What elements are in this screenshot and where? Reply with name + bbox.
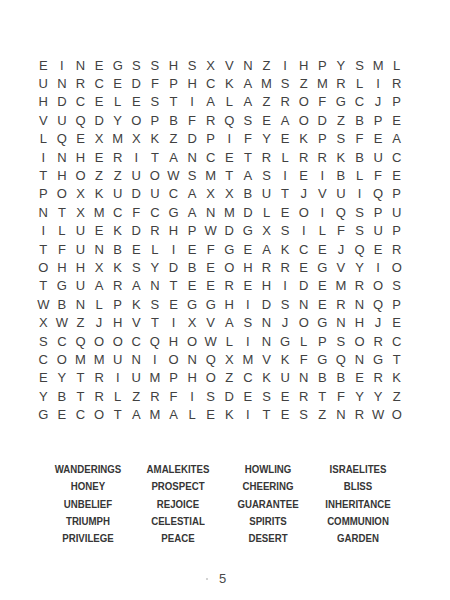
grid-cell-r4c6: O: [127, 111, 146, 129]
grid-cell-r12c18: Y: [350, 258, 369, 276]
grid-cell-r2c2: N: [53, 74, 72, 92]
grid-cell-r6c16: R: [313, 148, 332, 166]
grid-cell-r9c14: E: [276, 203, 295, 221]
page-number: 5: [0, 571, 445, 586]
grid-cell-r19c9: I: [183, 387, 202, 405]
grid-cell-r4c4: D: [90, 111, 109, 129]
grid-cell-r16c4: O: [90, 332, 109, 350]
grid-cell-r10c1: I: [34, 222, 53, 240]
grid-cell-r11c20: R: [387, 240, 406, 258]
grid-cell-r1c5: G: [108, 56, 127, 74]
grid-cell-r11c18: Q: [350, 240, 369, 258]
grid-cell-r14c2: B: [53, 295, 72, 313]
grid-cell-r1c11: V: [220, 56, 239, 74]
grid-cell-r9c18: S: [350, 203, 369, 221]
grid-cell-r18c6: U: [127, 369, 146, 387]
grid-cell-r13c4: A: [90, 277, 109, 295]
grid-cell-r6c10: C: [201, 148, 220, 166]
grid-cell-r14c7: S: [146, 295, 165, 313]
grid-cell-r4c1: V: [34, 111, 53, 129]
grid-cell-r14c14: S: [276, 295, 295, 313]
grid-cell-r14c11: H: [220, 295, 239, 313]
grid-cell-r17c4: M: [90, 350, 109, 368]
grid-cell-r8c10: X: [201, 185, 220, 203]
grid-cell-r3c16: F: [313, 93, 332, 111]
grid-cell-r5c9: D: [183, 130, 202, 148]
grid-cell-r12c9: B: [183, 258, 202, 276]
grid-cell-r15c12: S: [239, 314, 258, 332]
grid-cell-r14c19: Q: [369, 295, 388, 313]
grid-cell-r17c3: M: [71, 350, 90, 368]
grid-cell-r15c9: X: [183, 314, 202, 332]
word-honey: HONEY: [50, 478, 126, 495]
grid-cell-r3c8: T: [164, 93, 183, 111]
grid-cell-r6c9: N: [183, 148, 202, 166]
grid-cell-r8c9: A: [183, 185, 202, 203]
grid-cell-r17c11: X: [220, 350, 239, 368]
grid-cell-r16c8: H: [164, 332, 183, 350]
grid-cell-r16c14: G: [276, 332, 295, 350]
grid-cell-r4c18: B: [350, 111, 369, 129]
grid-cell-r8c8: C: [164, 185, 183, 203]
grid-cell-r19c17: F: [332, 387, 351, 405]
word-desert: DESERT: [230, 530, 306, 547]
grid-cell-r20c1: G: [34, 406, 53, 424]
grid-cell-r12c10: E: [201, 258, 220, 276]
grid-cell-r12c20: O: [387, 258, 406, 276]
grid-cell-r5c17: S: [332, 130, 351, 148]
grid-cell-r3c9: I: [183, 93, 202, 111]
grid-cell-r5c3: E: [71, 130, 90, 148]
grid-cell-r11c17: J: [332, 240, 351, 258]
grid-cell-r18c19: R: [369, 369, 388, 387]
grid-cell-r3c15: O: [294, 93, 313, 111]
grid-cell-r13c19: O: [369, 277, 388, 295]
grid-cell-r1c9: S: [183, 56, 202, 74]
grid-cell-r9c4: M: [90, 203, 109, 221]
grid-cell-r11c11: G: [220, 240, 239, 258]
grid-cell-r4c19: P: [369, 111, 388, 129]
grid-cell-r20c20: O: [387, 406, 406, 424]
grid-cell-r19c10: S: [201, 387, 220, 405]
grid-cell-r20c16: Z: [313, 406, 332, 424]
grid-cell-r10c16: L: [313, 222, 332, 240]
grid-cell-r7c13: S: [257, 166, 276, 184]
grid-cell-r8c19: Q: [369, 185, 388, 203]
grid-cell-r11c16: E: [313, 240, 332, 258]
grid-cell-r8c7: U: [146, 185, 165, 203]
grid-cell-r18c8: P: [164, 369, 183, 387]
grid-cell-r20c11: K: [220, 406, 239, 424]
grid-cell-r14c5: P: [108, 295, 127, 313]
grid-cell-r14c13: D: [257, 295, 276, 313]
grid-cell-r1c4: E: [90, 56, 109, 74]
grid-cell-r17c8: O: [164, 350, 183, 368]
grid-cell-r19c13: S: [257, 387, 276, 405]
grid-cell-r7c17: B: [332, 166, 351, 184]
grid-cell-r15c6: V: [127, 314, 146, 332]
grid-cell-r11c19: E: [369, 240, 388, 258]
grid-cell-r1c2: I: [53, 56, 72, 74]
grid-cell-r6c7: T: [146, 148, 165, 166]
grid-cell-r9c6: F: [127, 203, 146, 221]
grid-cell-r3c5: L: [108, 93, 127, 111]
grid-cell-r3c1: H: [34, 93, 53, 111]
grid-cell-r12c19: I: [369, 258, 388, 276]
grid-cell-r3c3: C: [71, 93, 90, 111]
grid-cell-r9c5: C: [108, 203, 127, 221]
grid-cell-r18c4: R: [90, 369, 109, 387]
grid-cell-r11c4: N: [90, 240, 109, 258]
grid-cell-r20c4: O: [90, 406, 109, 424]
grid-cell-r10c17: F: [332, 222, 351, 240]
word-amalekites: AMALEKITES: [140, 461, 216, 478]
grid-cell-r2c6: D: [127, 74, 146, 92]
grid-cell-r19c6: Z: [127, 387, 146, 405]
grid-cell-r7c5: Z: [108, 166, 127, 184]
grid-cell-r1c7: S: [146, 56, 165, 74]
grid-cell-r4c14: A: [276, 111, 295, 129]
grid-cell-r16c18: O: [350, 332, 369, 350]
grid-cell-r11c12: E: [239, 240, 258, 258]
grid-cell-r7c2: H: [53, 166, 72, 184]
grid-cell-r5c15: K: [294, 130, 313, 148]
grid-cell-r18c18: E: [350, 369, 369, 387]
grid-cell-r9c19: P: [369, 203, 388, 221]
grid-cell-r10c2: L: [53, 222, 72, 240]
grid-cell-r7c20: E: [387, 166, 406, 184]
word-search-grid: EINEGSSHSXVNZIHPYSMLUNRCEDFPHCKAMSZMRLIR…: [34, 56, 406, 424]
word-wanderings: WANDERINGS: [50, 461, 126, 478]
grid-cell-r17c12: M: [239, 350, 258, 368]
grid-cell-r7c12: A: [239, 166, 258, 184]
grid-cell-r7c14: I: [276, 166, 295, 184]
grid-cell-r2c19: I: [369, 74, 388, 92]
grid-cell-r2c1: U: [34, 74, 53, 92]
grid-cell-r16c6: C: [127, 332, 146, 350]
grid-cell-r11c10: F: [201, 240, 220, 258]
grid-cell-r3c10: A: [201, 93, 220, 111]
grid-cell-r2c11: K: [220, 74, 239, 92]
grid-cell-r18c11: Z: [220, 369, 239, 387]
grid-cell-r19c8: F: [164, 387, 183, 405]
grid-cell-r13c8: T: [164, 277, 183, 295]
grid-cell-r5c16: P: [313, 130, 332, 148]
grid-cell-r9c12: D: [239, 203, 258, 221]
grid-cell-r1c10: X: [201, 56, 220, 74]
grid-cell-r17c19: G: [369, 350, 388, 368]
grid-cell-r16c9: O: [183, 332, 202, 350]
grid-cell-r13c12: E: [239, 277, 258, 295]
word-unbelief: UNBELIEF: [50, 496, 126, 513]
grid-cell-r8c12: B: [239, 185, 258, 203]
grid-cell-r1c3: N: [71, 56, 90, 74]
grid-cell-r10c18: S: [350, 222, 369, 240]
grid-cell-r2c9: H: [183, 74, 202, 92]
grid-cell-r9c2: T: [53, 203, 72, 221]
grid-cell-r10c10: W: [201, 222, 220, 240]
grid-cell-r2c3: R: [71, 74, 90, 92]
word-cheering: CHEERING: [230, 478, 306, 495]
grid-cell-r12c4: X: [90, 258, 109, 276]
grid-cell-r20c7: M: [146, 406, 165, 424]
grid-cell-r5c12: F: [239, 130, 258, 148]
grid-cell-r9c1: N: [34, 203, 53, 221]
grid-cell-r17c13: V: [257, 350, 276, 368]
grid-cell-r2c5: E: [108, 74, 127, 92]
grid-cell-r9c8: G: [164, 203, 183, 221]
grid-cell-r15c7: T: [146, 314, 165, 332]
grid-cell-r2c20: R: [387, 74, 406, 92]
grid-cell-r7c11: T: [220, 166, 239, 184]
grid-cell-r8c18: I: [350, 185, 369, 203]
grid-cell-r11c7: L: [146, 240, 165, 258]
grid-cell-r8c5: U: [108, 185, 127, 203]
grid-cell-r18c13: K: [257, 369, 276, 387]
word-howling: HOWLING: [230, 461, 306, 478]
grid-cell-r20c12: I: [239, 406, 258, 424]
grid-cell-r15c14: J: [276, 314, 295, 332]
grid-cell-r12c12: H: [239, 258, 258, 276]
grid-cell-r18c3: T: [71, 369, 90, 387]
grid-cell-r13c10: E: [201, 277, 220, 295]
word-bliss: BLISS: [320, 478, 396, 495]
grid-cell-r9c13: L: [257, 203, 276, 221]
grid-cell-r9c15: O: [294, 203, 313, 221]
grid-cell-r15c17: N: [332, 314, 351, 332]
grid-cell-r11c9: E: [183, 240, 202, 258]
grid-cell-r15c13: N: [257, 314, 276, 332]
grid-cell-r6c8: A: [164, 148, 183, 166]
grid-cell-r13c17: M: [332, 277, 351, 295]
grid-cell-r1c12: N: [239, 56, 258, 74]
grid-cell-r8c16: V: [313, 185, 332, 203]
grid-cell-r4c7: P: [146, 111, 165, 129]
grid-cell-r10c7: R: [146, 222, 165, 240]
grid-cell-r8c4: K: [90, 185, 109, 203]
grid-cell-r16c3: Q: [71, 332, 90, 350]
grid-cell-r15c10: V: [201, 314, 220, 332]
grid-cell-r10c4: E: [90, 222, 109, 240]
grid-cell-r6c5: R: [108, 148, 127, 166]
word-guarantee: GUARANTEE: [230, 496, 306, 513]
grid-cell-r7c19: F: [369, 166, 388, 184]
grid-cell-r6c4: E: [90, 148, 109, 166]
grid-cell-r12c6: S: [127, 258, 146, 276]
grid-cell-r14c20: P: [387, 295, 406, 313]
grid-cell-r12c15: E: [294, 258, 313, 276]
grid-cell-r12c1: O: [34, 258, 53, 276]
grid-cell-r12c13: R: [257, 258, 276, 276]
grid-cell-r14c16: E: [313, 295, 332, 313]
grid-cell-r3c4: E: [90, 93, 109, 111]
grid-cell-r17c16: G: [313, 350, 332, 368]
grid-cell-r9c16: I: [313, 203, 332, 221]
grid-cell-r9c17: Q: [332, 203, 351, 221]
grid-cell-r20c2: E: [53, 406, 72, 424]
grid-cell-r13c9: E: [183, 277, 202, 295]
grid-cell-r6c15: R: [294, 148, 313, 166]
grid-cell-r1c8: H: [164, 56, 183, 74]
grid-cell-r4c3: Q: [71, 111, 90, 129]
word-israelites: ISRAELITES: [320, 461, 396, 478]
grid-cell-r7c10: M: [201, 166, 220, 184]
grid-cell-r8c20: P: [387, 185, 406, 203]
grid-cell-r2c16: M: [313, 74, 332, 92]
grid-cell-r2c4: C: [90, 74, 109, 92]
grid-cell-r17c15: F: [294, 350, 313, 368]
grid-cell-r14c18: N: [350, 295, 369, 313]
grid-cell-r10c8: H: [164, 222, 183, 240]
grid-cell-r16c19: R: [369, 332, 388, 350]
grid-cell-r14c10: G: [201, 295, 220, 313]
grid-cell-r6c12: T: [239, 148, 258, 166]
grid-cell-r12c2: H: [53, 258, 72, 276]
grid-cell-r3c13: Z: [257, 93, 276, 111]
grid-cell-r17c1: C: [34, 350, 53, 368]
grid-cell-r15c1: X: [34, 314, 53, 332]
grid-cell-r6c19: U: [369, 148, 388, 166]
grid-cell-r19c12: E: [239, 387, 258, 405]
grid-cell-r14c6: K: [127, 295, 146, 313]
grid-cell-r15c16: G: [313, 314, 332, 332]
grid-cell-r2c13: M: [257, 74, 276, 92]
grid-cell-r13c16: E: [313, 277, 332, 295]
grid-cell-r16c20: C: [387, 332, 406, 350]
grid-cell-r5c4: X: [90, 130, 109, 148]
grid-cell-r1c19: M: [369, 56, 388, 74]
grid-cell-r9c9: A: [183, 203, 202, 221]
grid-cell-r1c13: Z: [257, 56, 276, 74]
grid-cell-r12c8: D: [164, 258, 183, 276]
grid-cell-r11c6: E: [127, 240, 146, 258]
grid-cell-r12c3: H: [71, 258, 90, 276]
grid-cell-r6c18: B: [350, 148, 369, 166]
grid-cell-r18c12: C: [239, 369, 258, 387]
grid-cell-r4c12: S: [239, 111, 258, 129]
grid-cell-r5c19: E: [369, 130, 388, 148]
grid-cell-r8c11: X: [220, 185, 239, 203]
grid-cell-r7c4: Z: [90, 166, 109, 184]
grid-cell-r16c12: I: [239, 332, 258, 350]
grid-cell-r2c12: A: [239, 74, 258, 92]
grid-cell-r18c20: K: [387, 369, 406, 387]
grid-cell-r17c5: U: [108, 350, 127, 368]
grid-cell-r14c3: N: [71, 295, 90, 313]
grid-cell-r4c16: D: [313, 111, 332, 129]
grid-cell-r15c2: W: [53, 314, 72, 332]
grid-cell-r18c17: B: [332, 369, 351, 387]
grid-cell-r11c2: F: [53, 240, 72, 258]
grid-cell-r14c1: W: [34, 295, 53, 313]
grid-cell-r3c18: C: [350, 93, 369, 111]
grid-cell-r11c8: I: [164, 240, 183, 258]
grid-cell-r18c5: I: [108, 369, 127, 387]
grid-cell-r5c6: X: [127, 130, 146, 148]
grid-cell-r4c10: R: [201, 111, 220, 129]
grid-cell-r20c15: S: [294, 406, 313, 424]
grid-cell-r18c7: M: [146, 369, 165, 387]
grid-cell-r11c15: C: [294, 240, 313, 258]
grid-cell-r14c8: E: [164, 295, 183, 313]
grid-cell-r9c3: X: [71, 203, 90, 221]
grid-cell-r14c4: L: [90, 295, 109, 313]
grid-cell-r12c16: G: [313, 258, 332, 276]
grid-cell-r20c19: W: [369, 406, 388, 424]
grid-cell-r2c18: L: [350, 74, 369, 92]
grid-cell-r15c15: O: [294, 314, 313, 332]
grid-cell-r1c15: H: [294, 56, 313, 74]
grid-cell-r19c5: L: [108, 387, 127, 405]
grid-cell-r19c16: T: [313, 387, 332, 405]
grid-cell-r17c2: O: [53, 350, 72, 368]
grid-cell-r13c18: R: [350, 277, 369, 295]
grid-cell-r19c15: R: [294, 387, 313, 405]
grid-cell-r10c5: K: [108, 222, 127, 240]
grid-cell-r6c3: H: [71, 148, 90, 166]
grid-cell-r10c15: I: [294, 222, 313, 240]
grid-cell-r2c17: R: [332, 74, 351, 92]
word-communion: COMMUNION: [320, 513, 396, 530]
grid-cell-r17c17: Q: [332, 350, 351, 368]
grid-cell-r2c10: C: [201, 74, 220, 92]
grid-cell-r3c17: G: [332, 93, 351, 111]
grid-cell-r1c20: L: [387, 56, 406, 74]
grid-cell-r3c20: P: [387, 93, 406, 111]
grid-cell-r16c11: L: [220, 332, 239, 350]
grid-cell-r13c20: S: [387, 277, 406, 295]
grid-cell-r15c8: I: [164, 314, 183, 332]
grid-cell-r18c16: B: [313, 369, 332, 387]
grid-cell-r11c3: U: [71, 240, 90, 258]
grid-cell-r10c14: S: [276, 222, 295, 240]
grid-cell-r19c3: T: [71, 387, 90, 405]
grid-cell-r8c6: D: [127, 185, 146, 203]
grid-cell-r1c14: I: [276, 56, 295, 74]
grid-cell-r13c14: I: [276, 277, 295, 295]
grid-cell-r14c17: R: [332, 295, 351, 313]
grid-cell-r9c10: N: [201, 203, 220, 221]
grid-cell-r16c13: N: [257, 332, 276, 350]
grid-cell-r5c14: E: [276, 130, 295, 148]
grid-cell-r1c1: E: [34, 56, 53, 74]
grid-cell-r7c15: E: [294, 166, 313, 184]
grid-cell-r3c12: A: [239, 93, 258, 111]
grid-cell-r12c14: R: [276, 258, 295, 276]
grid-cell-r14c15: N: [294, 295, 313, 313]
grid-cell-r7c7: O: [146, 166, 165, 184]
grid-cell-r9c20: U: [387, 203, 406, 221]
grid-cell-r18c15: N: [294, 369, 313, 387]
grid-cell-r13c15: D: [294, 277, 313, 295]
grid-cell-r7c16: I: [313, 166, 332, 184]
word-list-column-4: ISRAELITESBLISSINHERITANCECOMMUNIONGARDE…: [313, 461, 403, 547]
grid-cell-r7c18: L: [350, 166, 369, 184]
grid-cell-r19c7: R: [146, 387, 165, 405]
grid-cell-r4c8: B: [164, 111, 183, 129]
word-spirits: SPIRITS: [230, 513, 306, 530]
grid-cell-r9c7: C: [146, 203, 165, 221]
grid-cell-r20c10: E: [201, 406, 220, 424]
grid-cell-r2c8: P: [164, 74, 183, 92]
grid-cell-r8c15: J: [294, 185, 313, 203]
grid-cell-r8c14: T: [276, 185, 295, 203]
word-peace: PEACE: [140, 530, 216, 547]
grid-cell-r14c12: I: [239, 295, 258, 313]
grid-cell-r9c11: M: [220, 203, 239, 221]
word-privilege: PRIVILEGE: [50, 530, 126, 547]
grid-cell-r16c2: C: [53, 332, 72, 350]
